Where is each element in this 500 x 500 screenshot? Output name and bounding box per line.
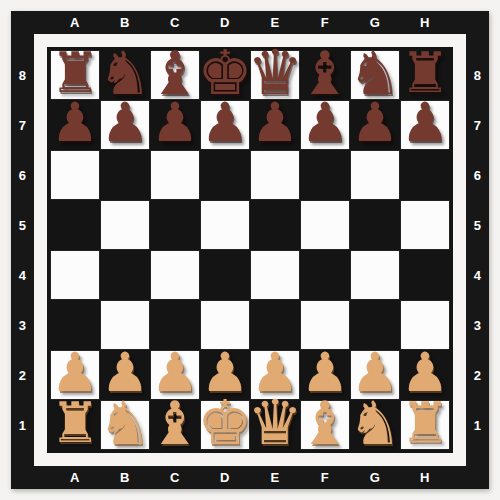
rank-label-7: 7	[466, 100, 489, 150]
file-label-d: D	[200, 466, 250, 489]
square-b2: ♟	[100, 350, 150, 400]
square-c6	[150, 150, 200, 200]
square-a6	[50, 150, 100, 200]
white-pawn-h2: ♟	[401, 346, 449, 400]
white-pawn-a2: ♟	[51, 346, 99, 400]
file-label-b: B	[100, 11, 150, 34]
black-knight-g8: ♞	[348, 43, 402, 103]
file-labels-bottom: ABCDEFGH	[50, 466, 450, 489]
file-label-h: H	[400, 466, 450, 489]
square-e5	[250, 200, 300, 250]
square-d6	[200, 150, 250, 200]
square-d8: ♚	[200, 50, 250, 100]
white-queen-e1: ♛	[247, 392, 303, 454]
square-f4	[300, 250, 350, 300]
rank-label-1: 1	[466, 400, 489, 450]
rank-label-8: 8	[466, 50, 489, 100]
square-a8: ♜	[50, 50, 100, 100]
rank-label-5: 5	[11, 200, 34, 250]
file-label-e: E	[250, 466, 300, 489]
square-g1: ♞	[350, 400, 400, 450]
rank-label-1: 1	[11, 400, 34, 450]
square-c1: ♝	[150, 400, 200, 450]
rank-label-4: 4	[11, 250, 34, 300]
square-c5	[150, 200, 200, 250]
white-rook-a1: ♜	[50, 395, 100, 451]
square-e3	[250, 300, 300, 350]
square-g7: ♟	[350, 100, 400, 150]
square-d5	[200, 200, 250, 250]
square-e4	[250, 250, 300, 300]
square-f2: ♟	[300, 350, 350, 400]
square-c7: ♟	[150, 100, 200, 150]
square-h2: ♟	[400, 350, 450, 400]
black-rook-h8: ♜	[400, 45, 450, 101]
black-king-d8: ♚	[197, 42, 253, 104]
black-pawn-b7: ♟	[101, 96, 149, 150]
square-h4	[400, 250, 450, 300]
square-d4	[200, 250, 250, 300]
square-b4	[100, 250, 150, 300]
square-e7: ♟	[250, 100, 300, 150]
white-pawn-b2: ♟	[101, 346, 149, 400]
square-b5	[100, 200, 150, 250]
square-a1: ♜	[50, 400, 100, 450]
black-pawn-f7: ♟	[301, 96, 349, 150]
black-bishop-c8: ♝	[148, 43, 202, 103]
black-pawn-d7: ♟	[201, 96, 249, 150]
square-a3	[50, 300, 100, 350]
square-e8: ♛	[250, 50, 300, 100]
rank-label-2: 2	[11, 350, 34, 400]
black-rook-a8: ♜	[50, 45, 100, 101]
file-label-f: F	[300, 466, 350, 489]
square-c4	[150, 250, 200, 300]
white-knight-b1: ♞	[98, 393, 152, 453]
square-b8: ♞	[100, 50, 150, 100]
square-d7: ♟	[200, 100, 250, 150]
rank-label-2: 2	[466, 350, 489, 400]
white-pawn-c2: ♟	[151, 346, 199, 400]
square-c3	[150, 300, 200, 350]
rank-labels-left: 87654321	[11, 50, 34, 450]
rank-label-8: 8	[11, 50, 34, 100]
rank-label-4: 4	[466, 250, 489, 300]
white-pawn-e2: ♟	[251, 346, 299, 400]
square-f7: ♟	[300, 100, 350, 150]
rank-label-3: 3	[466, 300, 489, 350]
square-h3	[400, 300, 450, 350]
squares-grid: ♜♞♝♚♛♝♞♜♟♟♟♟♟♟♟♟♟♟♟♟♟♟♟♟♜♞♝♚♛♝♞♜	[47, 47, 453, 453]
square-g2: ♟	[350, 350, 400, 400]
file-label-b: B	[100, 466, 150, 489]
square-f8: ♝	[300, 50, 350, 100]
square-e1: ♛	[250, 400, 300, 450]
square-e6	[250, 150, 300, 200]
square-g4	[350, 250, 400, 300]
white-pawn-f2: ♟	[301, 346, 349, 400]
square-b1: ♞	[100, 400, 150, 450]
square-b7: ♟	[100, 100, 150, 150]
file-label-g: G	[350, 466, 400, 489]
square-f1: ♝	[300, 400, 350, 450]
file-labels-top: ABCDEFGH	[50, 11, 450, 34]
chess-board-frame: ABCDEFGH ABCDEFGH 87654321 87654321 ♜♞♝♚…	[11, 11, 489, 489]
white-king-d1: ♚	[197, 392, 253, 454]
black-bishop-f8: ♝	[298, 43, 352, 103]
file-label-a: A	[50, 11, 100, 34]
square-a5	[50, 200, 100, 250]
white-bishop-c1: ♝	[148, 393, 202, 453]
square-e2: ♟	[250, 350, 300, 400]
product-photo-background: ABCDEFGH ABCDEFGH 87654321 87654321 ♜♞♝♚…	[0, 0, 500, 500]
file-label-h: H	[400, 11, 450, 34]
square-a2: ♟	[50, 350, 100, 400]
square-d3	[200, 300, 250, 350]
file-label-e: E	[250, 11, 300, 34]
square-f5	[300, 200, 350, 250]
square-a7: ♟	[50, 100, 100, 150]
black-pawn-c7: ♟	[151, 96, 199, 150]
square-h1: ♜	[400, 400, 450, 450]
file-label-c: C	[150, 466, 200, 489]
rank-label-6: 6	[11, 150, 34, 200]
rank-label-5: 5	[466, 200, 489, 250]
rank-label-3: 3	[11, 300, 34, 350]
black-pawn-g7: ♟	[351, 96, 399, 150]
rank-label-7: 7	[11, 100, 34, 150]
square-g3	[350, 300, 400, 350]
black-pawn-e7: ♟	[251, 96, 299, 150]
file-label-g: G	[350, 11, 400, 34]
white-knight-g1: ♞	[348, 393, 402, 453]
square-g5	[350, 200, 400, 250]
black-pawn-h7: ♟	[401, 96, 449, 150]
square-h6	[400, 150, 450, 200]
white-pawn-g2: ♟	[351, 346, 399, 400]
square-h5	[400, 200, 450, 250]
square-h7: ♟	[400, 100, 450, 150]
white-rook-h1: ♜	[400, 395, 450, 451]
square-b6	[100, 150, 150, 200]
rank-label-6: 6	[466, 150, 489, 200]
square-f6	[300, 150, 350, 200]
square-g8: ♞	[350, 50, 400, 100]
white-bishop-f1: ♝	[298, 393, 352, 453]
square-c8: ♝	[150, 50, 200, 100]
file-label-d: D	[200, 11, 250, 34]
square-c2: ♟	[150, 350, 200, 400]
black-knight-b8: ♞	[98, 43, 152, 103]
black-pawn-a7: ♟	[51, 96, 99, 150]
file-label-c: C	[150, 11, 200, 34]
square-b3	[100, 300, 150, 350]
rank-labels-right: 87654321	[466, 50, 489, 450]
square-g6	[350, 150, 400, 200]
square-d1: ♚	[200, 400, 250, 450]
square-d2: ♟	[200, 350, 250, 400]
square-h8: ♜	[400, 50, 450, 100]
square-a4	[50, 250, 100, 300]
file-label-a: A	[50, 466, 100, 489]
square-f3	[300, 300, 350, 350]
file-label-f: F	[300, 11, 350, 34]
black-queen-e8: ♛	[247, 42, 303, 104]
white-pawn-d2: ♟	[201, 346, 249, 400]
